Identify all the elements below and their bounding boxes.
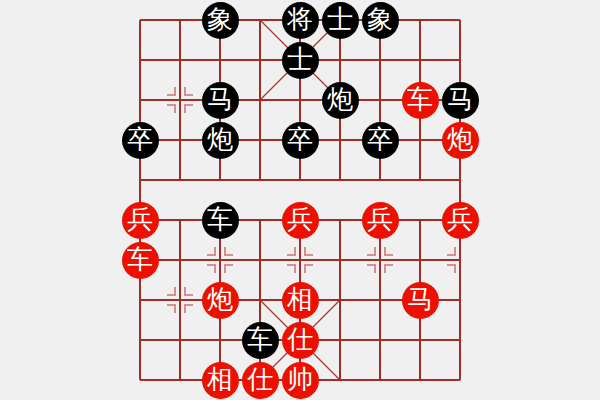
piece-red-chariot[interactable]: 车	[402, 82, 439, 119]
point-marker	[185, 305, 193, 313]
point-marker	[207, 265, 215, 273]
piece-black-pawn[interactable]: 卒	[362, 122, 399, 159]
piece-black-cannon[interactable]: 炮	[202, 122, 239, 159]
point-marker	[167, 287, 175, 295]
app-canvas: 象将士象士马炮车马卒炮卒卒炮兵车兵兵兵车炮相马车仕相仕帅	[0, 0, 600, 400]
piece-red-pawn[interactable]: 兵	[122, 202, 159, 239]
point-marker	[167, 105, 175, 113]
point-marker	[385, 247, 393, 255]
point-marker	[287, 265, 295, 273]
piece-red-pawn[interactable]: 兵	[362, 202, 399, 239]
point-marker	[287, 247, 295, 255]
piece-black-pawn[interactable]: 卒	[282, 122, 319, 159]
point-marker	[367, 265, 375, 273]
point-marker	[385, 265, 393, 273]
xiangqi-board[interactable]: 象将士象士马炮车马卒炮卒卒炮兵车兵兵兵车炮相马车仕相仕帅	[0, 0, 600, 400]
piece-black-chariot[interactable]: 车	[242, 322, 279, 359]
piece-black-horse[interactable]: 马	[202, 82, 239, 119]
piece-black-cannon[interactable]: 炮	[322, 82, 359, 119]
piece-red-horse[interactable]: 马	[402, 282, 439, 319]
point-marker	[185, 105, 193, 113]
point-marker	[447, 247, 455, 255]
piece-black-advisor[interactable]: 士	[322, 2, 359, 39]
piece-black-advisor[interactable]: 士	[282, 42, 319, 79]
point-marker	[207, 247, 215, 255]
piece-red-cannon[interactable]: 炮	[442, 122, 479, 159]
piece-black-horse[interactable]: 马	[442, 82, 479, 119]
piece-red-pawn[interactable]: 兵	[282, 202, 319, 239]
point-marker	[367, 247, 375, 255]
point-marker	[167, 305, 175, 313]
piece-black-pawn[interactable]: 卒	[122, 122, 159, 159]
piece-black-chariot[interactable]: 车	[202, 202, 239, 239]
piece-red-elephant[interactable]: 相	[202, 362, 239, 399]
piece-black-elephant[interactable]: 象	[362, 2, 399, 39]
point-marker	[447, 265, 455, 273]
piece-black-king[interactable]: 将	[282, 2, 319, 39]
point-marker	[305, 247, 313, 255]
piece-red-advisor[interactable]: 仕	[242, 362, 279, 399]
point-marker	[225, 265, 233, 273]
point-marker	[185, 87, 193, 95]
point-marker	[305, 265, 313, 273]
piece-red-chariot[interactable]: 车	[122, 242, 159, 279]
piece-black-elephant[interactable]: 象	[202, 2, 239, 39]
piece-red-elephant[interactable]: 相	[282, 282, 319, 319]
piece-red-pawn[interactable]: 兵	[442, 202, 479, 239]
piece-red-king[interactable]: 帅	[282, 362, 319, 399]
point-marker	[185, 287, 193, 295]
piece-red-advisor[interactable]: 仕	[282, 322, 319, 359]
point-marker	[225, 247, 233, 255]
point-marker	[167, 87, 175, 95]
piece-red-cannon[interactable]: 炮	[202, 282, 239, 319]
